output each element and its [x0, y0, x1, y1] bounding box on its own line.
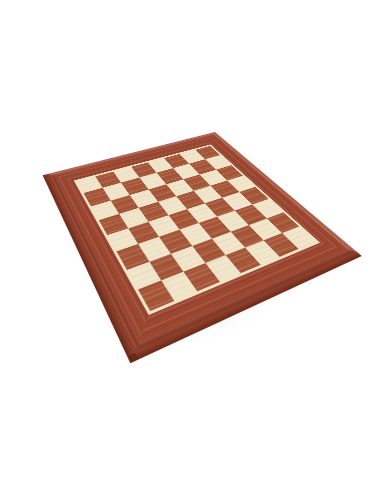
photo-stage [0, 0, 381, 492]
